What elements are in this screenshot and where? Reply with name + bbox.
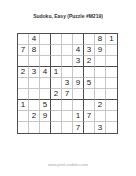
sudoku-empty-cell — [95, 78, 106, 89]
sudoku-empty-cell — [84, 100, 95, 111]
sudoku-given-cell: 3 — [84, 45, 95, 56]
sudoku-empty-cell — [106, 67, 117, 78]
sudoku-given-cell: 1 — [73, 111, 84, 122]
sudoku-given-cell: 1 — [51, 67, 62, 78]
sudoku-board: 4817843932234139527152291773 — [17, 33, 118, 134]
sudoku-empty-cell — [106, 122, 117, 133]
sudoku-empty-cell — [51, 111, 62, 122]
sudoku-empty-cell — [106, 100, 117, 111]
sudoku-empty-cell — [18, 78, 29, 89]
page-title: Sudoku, Easy (Puzzle #M219) — [0, 13, 136, 19]
sudoku-empty-cell — [18, 34, 29, 45]
sudoku-empty-cell — [84, 89, 95, 100]
sudoku-empty-cell — [51, 122, 62, 133]
sudoku-given-cell: 3 — [95, 122, 106, 133]
sudoku-given-cell: 4 — [73, 45, 84, 56]
sudoku-given-cell: 2 — [51, 89, 62, 100]
sudoku-empty-cell — [62, 111, 73, 122]
sudoku-empty-cell — [95, 67, 106, 78]
sudoku-given-cell: 7 — [18, 45, 29, 56]
sudoku-given-cell: 2 — [29, 111, 40, 122]
sudoku-empty-cell — [73, 89, 84, 100]
sudoku-empty-cell — [40, 45, 51, 56]
sudoku-empty-cell — [18, 122, 29, 133]
sudoku-empty-cell — [73, 100, 84, 111]
sudoku-given-cell: 2 — [18, 67, 29, 78]
sudoku-empty-cell — [29, 56, 40, 67]
sudoku-empty-cell — [18, 89, 29, 100]
sudoku-empty-cell — [29, 89, 40, 100]
sudoku-given-cell: 7 — [62, 89, 73, 100]
sudoku-empty-cell — [84, 122, 95, 133]
sudoku-given-cell: 3 — [29, 67, 40, 78]
sudoku-empty-cell — [29, 122, 40, 133]
footer-url: www.print-sudoku.com — [0, 162, 136, 167]
sudoku-given-cell: 8 — [29, 45, 40, 56]
sudoku-empty-cell — [73, 34, 84, 45]
sudoku-given-cell: 1 — [18, 100, 29, 111]
page-title-wrap: Sudoku, Easy (Puzzle #M219) — [0, 13, 136, 19]
sudoku-empty-cell — [40, 89, 51, 100]
sudoku-given-cell: 1 — [106, 34, 117, 45]
sudoku-empty-cell — [73, 67, 84, 78]
sudoku-sheet: Sudoku, Easy (Puzzle #M219) 481784393223… — [0, 0, 136, 176]
sudoku-empty-cell — [95, 89, 106, 100]
sudoku-empty-cell — [29, 78, 40, 89]
sudoku-empty-cell — [18, 111, 29, 122]
sudoku-empty-cell — [106, 78, 117, 89]
sudoku-empty-cell — [51, 45, 62, 56]
sudoku-given-cell: 7 — [84, 111, 95, 122]
sudoku-empty-cell — [40, 122, 51, 133]
sudoku-empty-cell — [40, 56, 51, 67]
sudoku-given-cell: 9 — [95, 45, 106, 56]
sudoku-given-cell: 8 — [95, 34, 106, 45]
sudoku-given-cell: 9 — [73, 78, 84, 89]
sudoku-given-cell: 2 — [95, 100, 106, 111]
sudoku-empty-cell — [106, 111, 117, 122]
sudoku-empty-cell — [51, 100, 62, 111]
sudoku-empty-cell — [40, 34, 51, 45]
sudoku-empty-cell — [62, 67, 73, 78]
sudoku-given-cell: 2 — [84, 56, 95, 67]
sudoku-empty-cell — [40, 78, 51, 89]
sudoku-empty-cell — [106, 56, 117, 67]
sudoku-given-cell: 4 — [29, 34, 40, 45]
sudoku-empty-cell — [29, 100, 40, 111]
sudoku-empty-cell — [62, 100, 73, 111]
sudoku-empty-cell — [62, 56, 73, 67]
sudoku-given-cell: 9 — [40, 111, 51, 122]
sudoku-empty-cell — [62, 122, 73, 133]
sudoku-empty-cell — [51, 78, 62, 89]
sudoku-empty-cell — [62, 45, 73, 56]
sudoku-given-cell: 5 — [84, 78, 95, 89]
sudoku-given-cell: 4 — [40, 67, 51, 78]
sudoku-given-cell: 7 — [73, 122, 84, 133]
sudoku-empty-cell — [51, 56, 62, 67]
sudoku-empty-cell — [106, 45, 117, 56]
sudoku-given-cell: 3 — [62, 78, 73, 89]
sudoku-empty-cell — [62, 34, 73, 45]
sudoku-empty-cell — [106, 89, 117, 100]
sudoku-given-cell: 5 — [40, 100, 51, 111]
sudoku-empty-cell — [51, 34, 62, 45]
sudoku-empty-cell — [84, 34, 95, 45]
footer-wrap: www.print-sudoku.com — [0, 162, 136, 167]
sudoku-empty-cell — [18, 56, 29, 67]
sudoku-given-cell: 3 — [73, 56, 84, 67]
sudoku-empty-cell — [95, 56, 106, 67]
sudoku-empty-cell — [84, 67, 95, 78]
sudoku-empty-cell — [95, 111, 106, 122]
